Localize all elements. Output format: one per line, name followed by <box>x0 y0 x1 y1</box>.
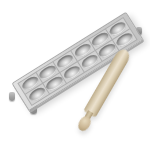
mold-foot-left <box>9 92 15 101</box>
product-photo <box>0 0 150 150</box>
